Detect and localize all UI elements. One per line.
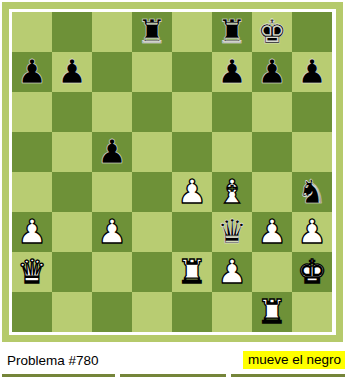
square-h6[interactable] bbox=[292, 92, 332, 132]
square-a4[interactable] bbox=[12, 172, 52, 212]
square-b1[interactable] bbox=[52, 292, 92, 332]
board-inner-border: ♜♜♚♟♟♟♟♟♟♟♝♞♟♟♛♟♟♛♜♟♚♜ bbox=[9, 9, 336, 335]
square-b3[interactable] bbox=[52, 212, 92, 252]
square-c1[interactable] bbox=[92, 292, 132, 332]
square-g2[interactable] bbox=[252, 252, 292, 292]
square-e5[interactable] bbox=[172, 132, 212, 172]
square-h4[interactable]: ♞ bbox=[292, 172, 332, 212]
square-e7[interactable] bbox=[172, 52, 212, 92]
square-f2[interactable]: ♟ bbox=[212, 252, 252, 292]
square-c6[interactable] bbox=[92, 92, 132, 132]
white-pawn[interactable]: ♟ bbox=[17, 212, 47, 252]
square-a1[interactable] bbox=[12, 292, 52, 332]
square-f5[interactable] bbox=[212, 132, 252, 172]
white-pawn[interactable]: ♟ bbox=[177, 172, 207, 212]
square-g7[interactable]: ♟ bbox=[252, 52, 292, 92]
square-c3[interactable]: ♟ bbox=[92, 212, 132, 252]
white-pawn[interactable]: ♟ bbox=[97, 212, 127, 252]
square-f3[interactable]: ♛ bbox=[212, 212, 252, 252]
square-f1[interactable] bbox=[212, 292, 252, 332]
black-pawn[interactable]: ♟ bbox=[17, 52, 47, 92]
square-f8[interactable]: ♜ bbox=[212, 12, 252, 52]
chess-puzzle-widget: ♜♜♚♟♟♟♟♟♟♟♝♞♟♟♛♟♟♛♜♟♚♜ Problema #780 mue… bbox=[0, 0, 345, 377]
side-to-move-badge: mueve el negro bbox=[243, 351, 345, 369]
square-d2[interactable] bbox=[132, 252, 172, 292]
black-knight[interactable]: ♞ bbox=[297, 172, 327, 212]
square-h2[interactable]: ♚ bbox=[292, 252, 332, 292]
square-c2[interactable] bbox=[92, 252, 132, 292]
square-a2[interactable]: ♛ bbox=[12, 252, 52, 292]
black-pawn[interactable]: ♟ bbox=[217, 52, 247, 92]
white-pawn[interactable]: ♟ bbox=[217, 252, 247, 292]
black-rook[interactable]: ♜ bbox=[137, 12, 167, 52]
black-pawn[interactable]: ♟ bbox=[297, 52, 327, 92]
square-d8[interactable]: ♜ bbox=[132, 12, 172, 52]
square-g5[interactable] bbox=[252, 132, 292, 172]
square-g8[interactable]: ♚ bbox=[252, 12, 292, 52]
black-rook[interactable]: ♜ bbox=[217, 12, 247, 52]
black-pawn[interactable]: ♟ bbox=[57, 52, 87, 92]
square-e8[interactable] bbox=[172, 12, 212, 52]
square-c8[interactable] bbox=[92, 12, 132, 52]
square-e1[interactable] bbox=[172, 292, 212, 332]
square-a6[interactable] bbox=[12, 92, 52, 132]
square-h7[interactable]: ♟ bbox=[292, 52, 332, 92]
square-d5[interactable] bbox=[132, 132, 172, 172]
square-c4[interactable] bbox=[92, 172, 132, 212]
square-a5[interactable] bbox=[12, 132, 52, 172]
white-rook[interactable]: ♜ bbox=[257, 292, 287, 332]
square-a3[interactable]: ♟ bbox=[12, 212, 52, 252]
caption-bar: Problema #780 mueve el negro bbox=[0, 346, 345, 377]
black-pawn[interactable]: ♟ bbox=[257, 52, 287, 92]
square-h5[interactable] bbox=[292, 132, 332, 172]
black-queen[interactable]: ♛ bbox=[217, 212, 247, 252]
square-f6[interactable] bbox=[212, 92, 252, 132]
black-king[interactable]: ♚ bbox=[257, 12, 287, 52]
white-bishop[interactable]: ♝ bbox=[217, 172, 247, 212]
square-d1[interactable] bbox=[132, 292, 172, 332]
square-c7[interactable] bbox=[92, 52, 132, 92]
square-g3[interactable]: ♟ bbox=[252, 212, 292, 252]
chess-board: ♜♜♚♟♟♟♟♟♟♟♝♞♟♟♛♟♟♛♜♟♚♜ bbox=[12, 12, 332, 332]
square-h1[interactable] bbox=[292, 292, 332, 332]
square-d3[interactable] bbox=[132, 212, 172, 252]
square-a7[interactable]: ♟ bbox=[12, 52, 52, 92]
square-b2[interactable] bbox=[52, 252, 92, 292]
square-a8[interactable] bbox=[12, 12, 52, 52]
square-h3[interactable]: ♟ bbox=[292, 212, 332, 252]
square-f7[interactable]: ♟ bbox=[212, 52, 252, 92]
square-c5[interactable]: ♟ bbox=[92, 132, 132, 172]
white-pawn[interactable]: ♟ bbox=[297, 212, 327, 252]
white-pawn[interactable]: ♟ bbox=[257, 212, 287, 252]
square-b4[interactable] bbox=[52, 172, 92, 212]
square-b8[interactable] bbox=[52, 12, 92, 52]
square-g4[interactable] bbox=[252, 172, 292, 212]
white-rook[interactable]: ♜ bbox=[177, 252, 207, 292]
square-f4[interactable]: ♝ bbox=[212, 172, 252, 212]
puzzle-title: Problema #780 bbox=[7, 353, 99, 368]
square-e2[interactable]: ♜ bbox=[172, 252, 212, 292]
square-e4[interactable]: ♟ bbox=[172, 172, 212, 212]
white-king[interactable]: ♚ bbox=[297, 252, 327, 292]
square-d4[interactable] bbox=[132, 172, 172, 212]
square-g6[interactable] bbox=[252, 92, 292, 132]
black-pawn[interactable]: ♟ bbox=[97, 132, 127, 172]
square-e3[interactable] bbox=[172, 212, 212, 252]
white-queen[interactable]: ♛ bbox=[17, 252, 47, 292]
board-frame: ♜♜♚♟♟♟♟♟♟♟♝♞♟♟♛♟♟♛♜♟♚♜ bbox=[2, 2, 343, 342]
square-b7[interactable]: ♟ bbox=[52, 52, 92, 92]
square-b6[interactable] bbox=[52, 92, 92, 132]
square-g1[interactable]: ♜ bbox=[252, 292, 292, 332]
square-h8[interactable] bbox=[292, 12, 332, 52]
square-d7[interactable] bbox=[132, 52, 172, 92]
square-b5[interactable] bbox=[52, 132, 92, 172]
square-e6[interactable] bbox=[172, 92, 212, 132]
square-d6[interactable] bbox=[132, 92, 172, 132]
